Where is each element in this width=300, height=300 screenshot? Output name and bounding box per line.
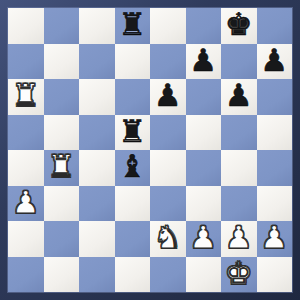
square-g7[interactable]: [221, 44, 257, 80]
square-h2[interactable]: ♟: [257, 221, 293, 257]
square-c5[interactable]: [79, 115, 115, 151]
white-pawn-piece[interactable]: ♟: [225, 220, 253, 256]
white-pawn-piece[interactable]: ♟: [12, 185, 40, 221]
white-pawn-piece[interactable]: ♟: [189, 220, 217, 256]
square-a3[interactable]: ♟: [8, 186, 44, 222]
square-b7[interactable]: [44, 44, 80, 80]
square-b8[interactable]: [44, 8, 80, 44]
square-c2[interactable]: [79, 221, 115, 257]
black-pawn-piece[interactable]: ♟: [260, 43, 288, 79]
white-knight-piece[interactable]: ♞: [154, 220, 182, 256]
black-rook-piece[interactable]: ♜: [118, 114, 146, 150]
square-e3[interactable]: [150, 186, 186, 222]
square-h7[interactable]: ♟: [257, 44, 293, 80]
square-f3[interactable]: [186, 186, 222, 222]
white-king-piece[interactable]: ♚: [225, 256, 253, 292]
square-h8[interactable]: [257, 8, 293, 44]
square-a2[interactable]: [8, 221, 44, 257]
black-king-piece[interactable]: ♚: [225, 7, 253, 43]
black-pawn-piece[interactable]: ♟: [189, 43, 217, 79]
square-b6[interactable]: [44, 79, 80, 115]
square-d7[interactable]: [115, 44, 151, 80]
square-d3[interactable]: [115, 186, 151, 222]
square-f1[interactable]: [186, 257, 222, 293]
black-rook-piece[interactable]: ♜: [118, 7, 146, 43]
square-h5[interactable]: [257, 115, 293, 151]
square-e1[interactable]: [150, 257, 186, 293]
square-g6[interactable]: ♟: [221, 79, 257, 115]
square-d5[interactable]: ♜: [115, 115, 151, 151]
square-f8[interactable]: [186, 8, 222, 44]
square-g5[interactable]: [221, 115, 257, 151]
square-a7[interactable]: [8, 44, 44, 80]
square-d4[interactable]: ♝: [115, 150, 151, 186]
square-g2[interactable]: ♟: [221, 221, 257, 257]
square-c4[interactable]: [79, 150, 115, 186]
square-e8[interactable]: [150, 8, 186, 44]
white-rook-piece[interactable]: ♜: [47, 149, 75, 185]
square-b1[interactable]: [44, 257, 80, 293]
square-f4[interactable]: [186, 150, 222, 186]
square-d2[interactable]: [115, 221, 151, 257]
square-a6[interactable]: ♜: [8, 79, 44, 115]
black-pawn-piece[interactable]: ♟: [225, 78, 253, 114]
square-f7[interactable]: ♟: [186, 44, 222, 80]
square-h6[interactable]: [257, 79, 293, 115]
square-h4[interactable]: [257, 150, 293, 186]
square-c7[interactable]: [79, 44, 115, 80]
square-a1[interactable]: [8, 257, 44, 293]
square-e2[interactable]: ♞: [150, 221, 186, 257]
square-h1[interactable]: [257, 257, 293, 293]
square-g3[interactable]: [221, 186, 257, 222]
square-c1[interactable]: [79, 257, 115, 293]
square-f5[interactable]: [186, 115, 222, 151]
square-b2[interactable]: [44, 221, 80, 257]
square-g1[interactable]: ♚: [221, 257, 257, 293]
white-rook-piece[interactable]: ♜: [12, 78, 40, 114]
chess-board-frame: ♜♚♟♟♜♟♟♜♜♝♟♞♟♟♟♚: [0, 0, 300, 300]
square-e7[interactable]: [150, 44, 186, 80]
square-c8[interactable]: [79, 8, 115, 44]
square-b3[interactable]: [44, 186, 80, 222]
square-e5[interactable]: [150, 115, 186, 151]
square-c3[interactable]: [79, 186, 115, 222]
square-a5[interactable]: [8, 115, 44, 151]
chess-board: ♜♚♟♟♜♟♟♜♜♝♟♞♟♟♟♚: [8, 8, 292, 292]
square-e6[interactable]: ♟: [150, 79, 186, 115]
square-f6[interactable]: [186, 79, 222, 115]
square-g4[interactable]: [221, 150, 257, 186]
black-bishop-piece[interactable]: ♝: [118, 149, 146, 185]
square-d1[interactable]: [115, 257, 151, 293]
white-pawn-piece[interactable]: ♟: [260, 220, 288, 256]
square-e4[interactable]: [150, 150, 186, 186]
square-a4[interactable]: [8, 150, 44, 186]
square-c6[interactable]: [79, 79, 115, 115]
square-f2[interactable]: ♟: [186, 221, 222, 257]
square-b4[interactable]: ♜: [44, 150, 80, 186]
black-pawn-piece[interactable]: ♟: [154, 78, 182, 114]
square-b5[interactable]: [44, 115, 80, 151]
square-h3[interactable]: [257, 186, 293, 222]
square-d8[interactable]: ♜: [115, 8, 151, 44]
square-a8[interactable]: [8, 8, 44, 44]
square-d6[interactable]: [115, 79, 151, 115]
square-g8[interactable]: ♚: [221, 8, 257, 44]
